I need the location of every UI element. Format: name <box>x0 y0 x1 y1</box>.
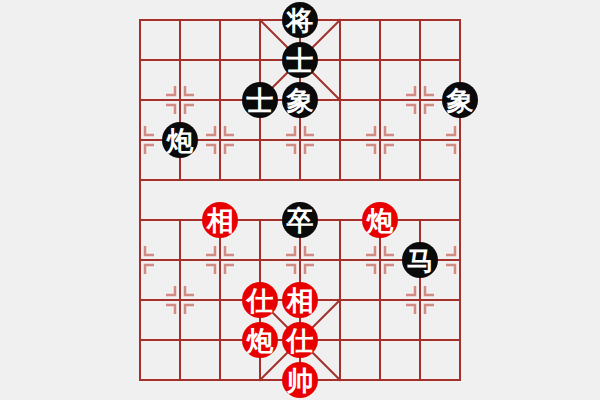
piece-black-elephant-2[interactable]: 象 <box>442 82 478 118</box>
piece-red-elephant-1[interactable]: 相 <box>202 202 238 238</box>
piece-red-advisor-2[interactable]: 仕 <box>282 322 318 358</box>
piece-black-horse[interactable]: 马 <box>402 242 438 278</box>
piece-red-elephant-2[interactable]: 相 <box>282 282 318 318</box>
piece-black-advisor-1[interactable]: 士 <box>282 42 318 78</box>
xiangqi-diagram: 将士士象象炮卒马相炮仕相炮仕帅 <box>0 0 600 400</box>
piece-red-advisor-1[interactable]: 仕 <box>242 282 278 318</box>
xiangqi-board[interactable]: 将士士象象炮卒马相炮仕相炮仕帅 <box>120 0 480 400</box>
piece-red-cannon-2[interactable]: 炮 <box>242 322 278 358</box>
piece-black-advisor-2[interactable]: 士 <box>242 82 278 118</box>
piece-black-elephant-1[interactable]: 象 <box>282 82 318 118</box>
piece-red-cannon-1[interactable]: 炮 <box>362 202 398 238</box>
piece-red-general[interactable]: 帅 <box>282 362 318 398</box>
piece-black-cannon[interactable]: 炮 <box>162 122 198 158</box>
piece-black-pawn[interactable]: 卒 <box>282 202 318 238</box>
piece-black-general[interactable]: 将 <box>282 2 318 38</box>
